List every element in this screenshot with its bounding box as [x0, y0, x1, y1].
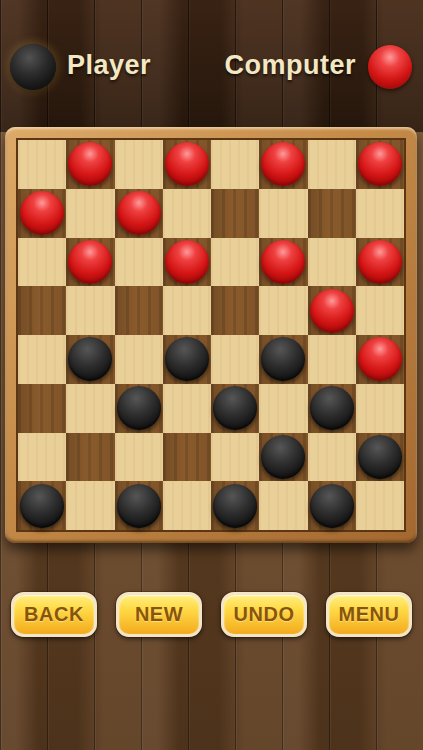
square-e8[interactable] [211, 140, 259, 189]
square-b8[interactable] [66, 140, 114, 189]
red-piece[interactable] [68, 240, 112, 284]
black-piece[interactable] [310, 386, 354, 430]
black-piece[interactable] [310, 484, 354, 528]
square-a1[interactable] [18, 481, 66, 530]
square-b3[interactable] [66, 384, 114, 433]
square-e5[interactable] [211, 286, 259, 335]
square-h4[interactable] [356, 335, 404, 384]
square-d5[interactable] [163, 286, 211, 335]
square-c2[interactable] [115, 433, 163, 482]
button-bar: BACK NEW UNDO MENU [0, 592, 423, 637]
black-piece[interactable] [117, 484, 161, 528]
square-f4[interactable] [259, 335, 307, 384]
red-piece[interactable] [261, 142, 305, 186]
square-h5[interactable] [356, 286, 404, 335]
red-piece[interactable] [358, 337, 402, 381]
square-e7[interactable] [211, 189, 259, 238]
black-piece[interactable] [117, 386, 161, 430]
square-b7[interactable] [66, 189, 114, 238]
square-e4[interactable] [211, 335, 259, 384]
square-g2[interactable] [308, 433, 356, 482]
computer-checker-icon [368, 45, 412, 89]
square-d1[interactable] [163, 481, 211, 530]
square-f5[interactable] [259, 286, 307, 335]
header: Player Computer [0, 0, 423, 132]
back-button[interactable]: BACK [11, 592, 97, 637]
square-f6[interactable] [259, 238, 307, 287]
square-d7[interactable] [163, 189, 211, 238]
square-g4[interactable] [308, 335, 356, 384]
red-piece[interactable] [358, 240, 402, 284]
board-frame [5, 127, 417, 543]
square-h7[interactable] [356, 189, 404, 238]
black-piece[interactable] [213, 386, 257, 430]
square-e2[interactable] [211, 433, 259, 482]
square-g6[interactable] [308, 238, 356, 287]
new-button[interactable]: NEW [116, 592, 202, 637]
square-e6[interactable] [211, 238, 259, 287]
black-piece[interactable] [165, 337, 209, 381]
square-c7[interactable] [115, 189, 163, 238]
player-checker-icon [10, 44, 56, 90]
square-b4[interactable] [66, 335, 114, 384]
square-g3[interactable] [308, 384, 356, 433]
square-g1[interactable] [308, 481, 356, 530]
square-d6[interactable] [163, 238, 211, 287]
red-piece[interactable] [310, 289, 354, 333]
square-c8[interactable] [115, 140, 163, 189]
red-piece[interactable] [20, 191, 64, 235]
square-d2[interactable] [163, 433, 211, 482]
black-piece[interactable] [261, 435, 305, 479]
square-f2[interactable] [259, 433, 307, 482]
black-piece[interactable] [358, 435, 402, 479]
player-label: Player [67, 50, 151, 81]
square-d8[interactable] [163, 140, 211, 189]
square-g5[interactable] [308, 286, 356, 335]
square-b6[interactable] [66, 238, 114, 287]
square-a7[interactable] [18, 189, 66, 238]
square-c3[interactable] [115, 384, 163, 433]
square-c1[interactable] [115, 481, 163, 530]
square-f8[interactable] [259, 140, 307, 189]
menu-button[interactable]: MENU [326, 592, 412, 637]
square-a5[interactable] [18, 286, 66, 335]
square-f3[interactable] [259, 384, 307, 433]
square-f1[interactable] [259, 481, 307, 530]
square-g8[interactable] [308, 140, 356, 189]
red-piece[interactable] [68, 142, 112, 186]
square-a4[interactable] [18, 335, 66, 384]
computer-label: Computer [225, 50, 357, 81]
red-piece[interactable] [117, 191, 161, 235]
red-piece[interactable] [165, 142, 209, 186]
square-h1[interactable] [356, 481, 404, 530]
black-piece[interactable] [261, 337, 305, 381]
square-c6[interactable] [115, 238, 163, 287]
square-d3[interactable] [163, 384, 211, 433]
square-f7[interactable] [259, 189, 307, 238]
square-a2[interactable] [18, 433, 66, 482]
square-a3[interactable] [18, 384, 66, 433]
square-d4[interactable] [163, 335, 211, 384]
square-g7[interactable] [308, 189, 356, 238]
red-piece[interactable] [261, 240, 305, 284]
square-a8[interactable] [18, 140, 66, 189]
square-c5[interactable] [115, 286, 163, 335]
square-h6[interactable] [356, 238, 404, 287]
square-b5[interactable] [66, 286, 114, 335]
red-piece[interactable] [165, 240, 209, 284]
square-e3[interactable] [211, 384, 259, 433]
black-piece[interactable] [213, 484, 257, 528]
black-piece[interactable] [68, 337, 112, 381]
red-piece[interactable] [358, 142, 402, 186]
checkers-app: Player Computer BACK NEW UNDO MENU [0, 0, 423, 750]
square-a6[interactable] [18, 238, 66, 287]
square-c4[interactable] [115, 335, 163, 384]
square-h3[interactable] [356, 384, 404, 433]
black-piece[interactable] [20, 484, 64, 528]
square-e1[interactable] [211, 481, 259, 530]
square-b1[interactable] [66, 481, 114, 530]
square-b2[interactable] [66, 433, 114, 482]
board-grid [16, 138, 406, 532]
undo-button[interactable]: UNDO [221, 592, 307, 637]
square-h2[interactable] [356, 433, 404, 482]
square-h8[interactable] [356, 140, 404, 189]
